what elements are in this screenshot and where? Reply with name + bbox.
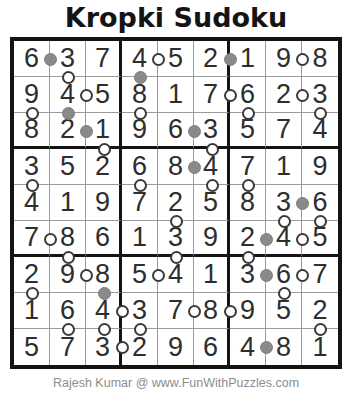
kropki-black-dot [260, 233, 273, 246]
kropki-black-dot [224, 53, 237, 66]
kropki-black-dot [260, 341, 273, 354]
kropki-black-dot [98, 287, 111, 300]
sudoku-board: 6374521989458176238219635743526847194197… [10, 37, 342, 369]
cell-r4c9[interactable]: 9 [302, 149, 338, 185]
kropki-white-dot [296, 89, 309, 102]
kropki-black-dot [296, 197, 309, 210]
kropki-black-dot [134, 71, 147, 84]
kropki-white-dot [242, 179, 255, 192]
cell-r6c3[interactable]: 6 [86, 221, 122, 257]
kropki-white-dot [170, 215, 183, 228]
kropki-white-dot [44, 233, 57, 246]
board-wrap: 6374521989458176238219635743526847194197… [10, 37, 342, 369]
footer-credit: Rajesh Kumar @ www.FunWithPuzzles.com [0, 376, 352, 390]
kropki-white-dot [80, 89, 93, 102]
kropki-white-dot [242, 107, 255, 120]
kropki-white-dot [134, 323, 147, 336]
kropki-white-dot [116, 341, 129, 354]
kropki-white-dot [26, 107, 39, 120]
kropki-white-dot [26, 287, 39, 300]
kropki-black-dot [188, 125, 201, 138]
kropki-black-dot [188, 161, 201, 174]
kropki-black-dot [44, 53, 57, 66]
kropki-white-dot [26, 179, 39, 192]
kropki-white-dot [296, 53, 309, 66]
kropki-white-dot [152, 53, 165, 66]
cell-r2c5[interactable]: 1 [158, 77, 194, 113]
kropki-black-dot [62, 107, 75, 120]
cell-r9c5[interactable]: 9 [158, 329, 194, 365]
cell-r4c2[interactable]: 5 [50, 149, 86, 185]
kropki-white-dot [62, 71, 75, 84]
kropki-white-dot [314, 323, 327, 336]
cell-r3c8[interactable]: 7 [266, 113, 302, 149]
cell-r4c8[interactable]: 1 [266, 149, 302, 185]
kropki-white-dot [296, 269, 309, 282]
cell-r7c6[interactable]: 1 [194, 257, 230, 293]
kropki-white-dot [314, 107, 327, 120]
kropki-white-dot [278, 287, 291, 300]
kropki-white-dot [206, 179, 219, 192]
kropki-white-dot [242, 251, 255, 264]
kropki-white-dot [152, 269, 165, 282]
kropki-black-dot [80, 125, 93, 138]
kropki-white-dot [224, 305, 237, 318]
kropki-white-dot [62, 323, 75, 336]
kropki-white-dot [296, 233, 309, 246]
cell-r5c2[interactable]: 1 [50, 185, 86, 221]
cell-r9c1[interactable]: 5 [14, 329, 50, 365]
kropki-white-dot [98, 143, 111, 156]
kropki-white-dot [206, 143, 219, 156]
cell-r6c4[interactable]: 1 [122, 221, 158, 257]
kropki-white-dot [134, 107, 147, 120]
kropki-white-dot [314, 215, 327, 228]
kropki-white-dot [224, 89, 237, 102]
page-title: Kropki Sudoku [0, 2, 352, 33]
kropki-white-dot [98, 323, 111, 336]
cell-r9c6[interactable]: 6 [194, 329, 230, 365]
cell-r6c6[interactable]: 9 [194, 221, 230, 257]
kropki-white-dot [116, 305, 129, 318]
kropki-white-dot [80, 269, 93, 282]
kropki-white-dot [134, 179, 147, 192]
cell-r1c3[interactable]: 7 [86, 41, 122, 77]
kropki-white-dot [62, 251, 75, 264]
kropki-white-dot [278, 215, 291, 228]
kropki-white-dot [188, 305, 201, 318]
cell-r5c3[interactable]: 9 [86, 185, 122, 221]
kropki-black-dot [260, 269, 273, 282]
kropki-white-dot [170, 251, 183, 264]
